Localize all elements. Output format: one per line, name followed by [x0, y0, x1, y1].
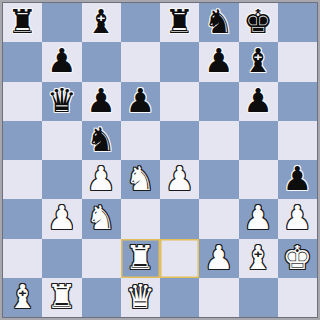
square-f8[interactable]: ♞ — [199, 3, 238, 42]
chess-board: ♜♝♜♞♚♟♟♝♛♟♟♟♞♟♞♟♟♟♞♟♟♜♟♝♚♝♜♛ — [3, 3, 317, 317]
square-e6[interactable] — [160, 82, 199, 121]
piece-black-pawn[interactable]: ♟ — [86, 84, 116, 117]
piece-white-pawn[interactable]: ♟ — [86, 162, 116, 195]
square-b6[interactable]: ♛ — [42, 82, 81, 121]
piece-white-pawn[interactable]: ♟ — [47, 201, 77, 234]
square-c6[interactable]: ♟ — [82, 82, 121, 121]
square-d8[interactable] — [121, 3, 160, 42]
square-f1[interactable] — [199, 278, 238, 317]
square-a2[interactable] — [3, 239, 42, 278]
square-e8[interactable]: ♜ — [160, 3, 199, 42]
piece-black-pawn[interactable]: ♟ — [283, 162, 313, 195]
square-h4[interactable]: ♟ — [278, 160, 317, 199]
square-g1[interactable] — [239, 278, 278, 317]
square-f5[interactable] — [199, 121, 238, 160]
piece-white-bishop[interactable]: ♝ — [8, 280, 38, 313]
square-a3[interactable] — [3, 199, 42, 238]
square-a6[interactable] — [3, 82, 42, 121]
square-h8[interactable] — [278, 3, 317, 42]
piece-white-pawn[interactable]: ♟ — [204, 241, 234, 274]
square-e5[interactable] — [160, 121, 199, 160]
square-a4[interactable] — [3, 160, 42, 199]
piece-white-rook[interactable]: ♜ — [47, 280, 77, 313]
piece-black-knight[interactable]: ♞ — [204, 5, 234, 38]
square-c5[interactable]: ♞ — [82, 121, 121, 160]
piece-black-bishop[interactable]: ♝ — [86, 5, 116, 38]
board-inner-border: ♜♝♜♞♚♟♟♝♛♟♟♟♞♟♞♟♟♟♞♟♟♜♟♝♚♝♜♛ — [2, 2, 318, 318]
square-h5[interactable] — [278, 121, 317, 160]
square-c2[interactable] — [82, 239, 121, 278]
square-f7[interactable]: ♟ — [199, 42, 238, 81]
square-a1[interactable]: ♝ — [3, 278, 42, 317]
square-f6[interactable] — [199, 82, 238, 121]
piece-black-knight[interactable]: ♞ — [86, 123, 116, 156]
piece-white-pawn[interactable]: ♟ — [283, 201, 313, 234]
square-h3[interactable]: ♟ — [278, 199, 317, 238]
square-e1[interactable] — [160, 278, 199, 317]
square-e4[interactable]: ♟ — [160, 160, 199, 199]
square-g5[interactable] — [239, 121, 278, 160]
square-d3[interactable] — [121, 199, 160, 238]
piece-black-pawn[interactable]: ♟ — [126, 84, 156, 117]
square-d5[interactable] — [121, 121, 160, 160]
square-e2[interactable] — [160, 239, 199, 278]
square-c1[interactable] — [82, 278, 121, 317]
square-b3[interactable]: ♟ — [42, 199, 81, 238]
square-c3[interactable]: ♞ — [82, 199, 121, 238]
piece-black-bishop[interactable]: ♝ — [243, 44, 273, 77]
square-c4[interactable]: ♟ — [82, 160, 121, 199]
square-e3[interactable] — [160, 199, 199, 238]
piece-white-rook[interactable]: ♜ — [126, 241, 156, 274]
square-g6[interactable]: ♟ — [239, 82, 278, 121]
piece-black-pawn[interactable]: ♟ — [243, 84, 273, 117]
piece-black-pawn[interactable]: ♟ — [47, 44, 77, 77]
piece-black-rook[interactable]: ♜ — [165, 5, 195, 38]
square-h1[interactable] — [278, 278, 317, 317]
square-h6[interactable] — [278, 82, 317, 121]
square-f3[interactable] — [199, 199, 238, 238]
square-c7[interactable] — [82, 42, 121, 81]
square-b2[interactable] — [42, 239, 81, 278]
piece-black-king[interactable]: ♚ — [243, 5, 273, 38]
piece-white-pawn[interactable]: ♟ — [243, 201, 273, 234]
square-g7[interactable]: ♝ — [239, 42, 278, 81]
piece-white-king[interactable]: ♚ — [283, 241, 313, 274]
square-c8[interactable]: ♝ — [82, 3, 121, 42]
piece-black-queen[interactable]: ♛ — [47, 84, 77, 117]
square-h7[interactable] — [278, 42, 317, 81]
piece-white-knight[interactable]: ♞ — [86, 201, 116, 234]
square-h2[interactable]: ♚ — [278, 239, 317, 278]
square-a7[interactable] — [3, 42, 42, 81]
square-b5[interactable] — [42, 121, 81, 160]
square-d6[interactable]: ♟ — [121, 82, 160, 121]
piece-black-rook[interactable]: ♜ — [8, 5, 38, 38]
square-b1[interactable]: ♜ — [42, 278, 81, 317]
square-g8[interactable]: ♚ — [239, 3, 278, 42]
square-d2[interactable]: ♜ — [121, 239, 160, 278]
square-a8[interactable]: ♜ — [3, 3, 42, 42]
piece-white-pawn[interactable]: ♟ — [165, 162, 195, 195]
square-f2[interactable]: ♟ — [199, 239, 238, 278]
square-e7[interactable] — [160, 42, 199, 81]
piece-white-bishop[interactable]: ♝ — [243, 241, 273, 274]
square-d7[interactable] — [121, 42, 160, 81]
square-d1[interactable]: ♛ — [121, 278, 160, 317]
square-b4[interactable] — [42, 160, 81, 199]
square-g3[interactable]: ♟ — [239, 199, 278, 238]
square-d4[interactable]: ♞ — [121, 160, 160, 199]
square-g2[interactable]: ♝ — [239, 239, 278, 278]
square-b7[interactable]: ♟ — [42, 42, 81, 81]
square-g4[interactable] — [239, 160, 278, 199]
board-frame: ♜♝♜♞♚♟♟♝♛♟♟♟♞♟♞♟♟♟♞♟♟♜♟♝♚♝♜♛ — [0, 0, 320, 320]
piece-black-pawn[interactable]: ♟ — [204, 44, 234, 77]
square-b8[interactable] — [42, 3, 81, 42]
piece-white-queen[interactable]: ♛ — [126, 280, 156, 313]
piece-white-knight[interactable]: ♞ — [126, 162, 156, 195]
square-a5[interactable] — [3, 121, 42, 160]
square-f4[interactable] — [199, 160, 238, 199]
